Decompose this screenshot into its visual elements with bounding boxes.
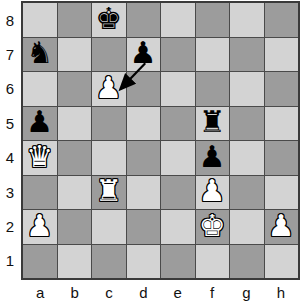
piece-black-pawn[interactable]: ♟︎ — [26, 107, 53, 137]
square-b7[interactable] — [58, 38, 92, 72]
square-h4[interactable] — [265, 141, 299, 175]
square-a6[interactable] — [23, 72, 57, 106]
square-d4[interactable] — [127, 141, 161, 175]
board-frame: ♚︎♞︎♟︎♟︎♟︎♜︎♛︎♟︎♜︎♟︎♟︎♚︎♟︎ — [21, 1, 300, 280]
square-e2[interactable] — [161, 210, 195, 244]
rank-label-7: 7 — [0, 37, 20, 71]
square-f2[interactable]: ♚︎ — [196, 210, 230, 244]
file-label-c: c — [92, 281, 126, 304]
file-label-f: f — [195, 281, 229, 304]
square-b8[interactable] — [58, 3, 92, 37]
file-label-b: b — [57, 281, 91, 304]
square-e8[interactable] — [161, 3, 195, 37]
square-e3[interactable] — [161, 176, 195, 210]
square-f1[interactable] — [196, 245, 230, 279]
square-a1[interactable] — [23, 245, 57, 279]
piece-white-pawn[interactable]: ♟︎ — [268, 211, 295, 241]
file-label-d: d — [126, 281, 160, 304]
square-a5[interactable]: ♟︎ — [23, 107, 57, 141]
square-h7[interactable] — [265, 38, 299, 72]
square-a7[interactable]: ♞︎ — [23, 38, 57, 72]
square-a2[interactable]: ♟︎ — [23, 210, 57, 244]
rank-label-2: 2 — [0, 209, 20, 243]
piece-black-rook[interactable]: ♜︎ — [199, 107, 226, 137]
rank-label-5: 5 — [0, 106, 20, 140]
rank-label-8: 8 — [0, 3, 20, 37]
square-a8[interactable] — [23, 3, 57, 37]
square-g3[interactable] — [230, 176, 264, 210]
piece-white-king[interactable]: ♚︎ — [199, 211, 226, 241]
piece-white-rook[interactable]: ♜︎ — [95, 176, 122, 206]
piece-black-knight[interactable]: ♞︎ — [26, 38, 53, 68]
square-d1[interactable] — [127, 245, 161, 279]
square-e1[interactable] — [161, 245, 195, 279]
square-d3[interactable] — [127, 176, 161, 210]
square-f4[interactable]: ♟︎ — [196, 141, 230, 175]
square-g7[interactable] — [230, 38, 264, 72]
square-h3[interactable] — [265, 176, 299, 210]
rank-label-4: 4 — [0, 141, 20, 175]
square-h2[interactable]: ♟︎ — [265, 210, 299, 244]
file-label-a: a — [23, 281, 57, 304]
chess-board: ♚︎♞︎♟︎♟︎♟︎♜︎♛︎♟︎♜︎♟︎♟︎♚︎♟︎ — [23, 3, 298, 278]
piece-black-pawn[interactable]: ♟︎ — [130, 38, 157, 68]
square-b1[interactable] — [58, 245, 92, 279]
square-a4[interactable]: ♛︎ — [23, 141, 57, 175]
square-f5[interactable]: ♜︎ — [196, 107, 230, 141]
square-c5[interactable] — [92, 107, 126, 141]
square-b4[interactable] — [58, 141, 92, 175]
square-d5[interactable] — [127, 107, 161, 141]
square-b2[interactable] — [58, 210, 92, 244]
piece-white-pawn[interactable]: ♟︎ — [199, 176, 226, 206]
file-label-g: g — [229, 281, 263, 304]
square-c7[interactable] — [92, 38, 126, 72]
square-h8[interactable] — [265, 3, 299, 37]
piece-white-queen[interactable]: ♛︎ — [26, 142, 53, 172]
square-g5[interactable] — [230, 107, 264, 141]
square-g4[interactable] — [230, 141, 264, 175]
square-c2[interactable] — [92, 210, 126, 244]
square-a3[interactable] — [23, 176, 57, 210]
square-d8[interactable] — [127, 3, 161, 37]
square-d7[interactable]: ♟︎ — [127, 38, 161, 72]
square-h5[interactable] — [265, 107, 299, 141]
square-e7[interactable] — [161, 38, 195, 72]
square-c6[interactable]: ♟︎ — [92, 72, 126, 106]
square-g1[interactable] — [230, 245, 264, 279]
square-e4[interactable] — [161, 141, 195, 175]
rank-label-6: 6 — [0, 72, 20, 106]
square-e5[interactable] — [161, 107, 195, 141]
piece-white-pawn[interactable]: ♟︎ — [26, 211, 53, 241]
square-g6[interactable] — [230, 72, 264, 106]
piece-black-king[interactable]: ♚︎ — [95, 4, 122, 34]
square-g2[interactable] — [230, 210, 264, 244]
file-label-h: h — [264, 281, 298, 304]
square-c1[interactable] — [92, 245, 126, 279]
chess-diagram: 87654321 ♚︎♞︎♟︎♟︎♟︎♜︎♛︎♟︎♜︎♟︎♟︎♚︎♟︎ abcd… — [0, 0, 306, 306]
square-f8[interactable] — [196, 3, 230, 37]
rank-label-3: 3 — [0, 175, 20, 209]
square-f3[interactable]: ♟︎ — [196, 176, 230, 210]
square-d6[interactable] — [127, 72, 161, 106]
square-e6[interactable] — [161, 72, 195, 106]
square-b5[interactable] — [58, 107, 92, 141]
square-h6[interactable] — [265, 72, 299, 106]
square-d2[interactable] — [127, 210, 161, 244]
file-labels: abcdefgh — [23, 281, 298, 304]
square-f7[interactable] — [196, 38, 230, 72]
square-c3[interactable]: ♜︎ — [92, 176, 126, 210]
file-label-e: e — [161, 281, 195, 304]
square-b3[interactable] — [58, 176, 92, 210]
square-c4[interactable] — [92, 141, 126, 175]
square-g8[interactable] — [230, 3, 264, 37]
rank-labels: 87654321 — [0, 3, 20, 278]
square-b6[interactable] — [58, 72, 92, 106]
square-h1[interactable] — [265, 245, 299, 279]
rank-label-1: 1 — [0, 244, 20, 278]
piece-black-pawn[interactable]: ♟︎ — [199, 142, 226, 172]
square-f6[interactable] — [196, 72, 230, 106]
square-c8[interactable]: ♚︎ — [92, 3, 126, 37]
piece-white-pawn[interactable]: ♟︎ — [95, 73, 122, 103]
